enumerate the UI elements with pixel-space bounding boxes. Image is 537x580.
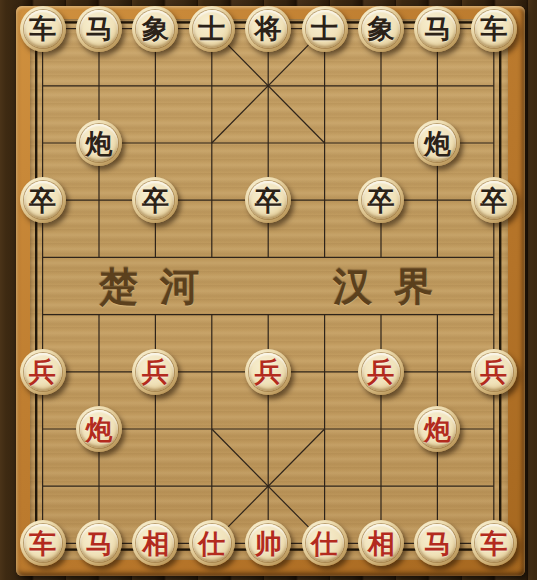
piece-red-soldier[interactable]: 兵 — [358, 349, 404, 395]
piece-face: 炮 — [418, 410, 456, 448]
piece-glyph: 象 — [368, 15, 395, 42]
piece-face: 兵 — [362, 353, 400, 391]
piece-face: 卒 — [475, 181, 513, 219]
piece-face: 兵 — [475, 353, 513, 391]
piece-face: 卒 — [362, 181, 400, 219]
piece-black-elephant[interactable]: 象 — [358, 6, 404, 52]
piece-glyph: 将 — [255, 15, 282, 42]
piece-glyph: 兵 — [480, 358, 507, 385]
piece-glyph: 兵 — [142, 358, 169, 385]
piece-glyph: 士 — [311, 15, 338, 42]
piece-black-soldier[interactable]: 卒 — [471, 177, 517, 223]
piece-black-horse[interactable]: 马 — [414, 6, 460, 52]
piece-face: 兵 — [136, 353, 174, 391]
piece-red-chariot[interactable]: 车 — [20, 520, 66, 566]
piece-glyph: 炮 — [86, 416, 113, 443]
piece-glyph: 帅 — [255, 530, 282, 557]
piece-face: 象 — [362, 10, 400, 48]
xiangqi-app: 楚河 汉界 车马象士将士象马车炮炮卒卒卒卒卒兵兵兵兵兵炮炮车马相仕帅仕相马车 — [0, 0, 537, 580]
piece-glyph: 卒 — [142, 187, 169, 214]
piece-red-soldier[interactable]: 兵 — [471, 349, 517, 395]
piece-face: 炮 — [418, 124, 456, 162]
piece-red-soldier[interactable]: 兵 — [245, 349, 291, 395]
piece-face: 兵 — [24, 353, 62, 391]
piece-black-general[interactable]: 将 — [245, 6, 291, 52]
piece-red-soldier[interactable]: 兵 — [132, 349, 178, 395]
piece-glyph: 卒 — [255, 187, 282, 214]
piece-glyph: 兵 — [255, 358, 282, 385]
piece-black-soldier[interactable]: 卒 — [20, 177, 66, 223]
piece-glyph: 炮 — [86, 130, 113, 157]
piece-face: 车 — [475, 524, 513, 562]
piece-face: 炮 — [80, 124, 118, 162]
piece-glyph: 卒 — [29, 187, 56, 214]
piece-face: 卒 — [24, 181, 62, 219]
piece-face: 兵 — [249, 353, 287, 391]
piece-glyph: 炮 — [424, 416, 451, 443]
piece-glyph: 马 — [424, 530, 451, 557]
piece-red-soldier[interactable]: 兵 — [20, 349, 66, 395]
piece-face: 卒 — [249, 181, 287, 219]
piece-black-horse[interactable]: 马 — [76, 6, 122, 52]
piece-glyph: 仕 — [198, 530, 225, 557]
piece-glyph: 卒 — [480, 187, 507, 214]
piece-face: 士 — [306, 10, 344, 48]
piece-face: 士 — [193, 10, 231, 48]
piece-face: 象 — [136, 10, 174, 48]
piece-black-advisor[interactable]: 士 — [189, 6, 235, 52]
piece-face: 马 — [80, 524, 118, 562]
piece-glyph: 车 — [480, 15, 507, 42]
piece-face: 仕 — [193, 524, 231, 562]
piece-glyph: 车 — [480, 530, 507, 557]
piece-glyph: 相 — [142, 530, 169, 557]
piece-black-cannon[interactable]: 炮 — [76, 120, 122, 166]
piece-glyph: 象 — [142, 15, 169, 42]
piece-red-cannon[interactable]: 炮 — [76, 406, 122, 452]
piece-face: 相 — [136, 524, 174, 562]
piece-glyph: 炮 — [424, 130, 451, 157]
piece-glyph: 车 — [29, 530, 56, 557]
piece-glyph: 仕 — [311, 530, 338, 557]
piece-face: 马 — [418, 10, 456, 48]
piece-face: 炮 — [80, 410, 118, 448]
piece-face: 车 — [24, 10, 62, 48]
piece-face: 仕 — [306, 524, 344, 562]
piece-face: 帅 — [249, 524, 287, 562]
piece-face: 马 — [418, 524, 456, 562]
piece-face: 将 — [249, 10, 287, 48]
piece-red-chariot[interactable]: 车 — [471, 520, 517, 566]
piece-glyph: 马 — [86, 530, 113, 557]
piece-face: 卒 — [136, 181, 174, 219]
piece-glyph: 士 — [198, 15, 225, 42]
board-surface[interactable] — [30, 19, 508, 560]
piece-red-advisor[interactable]: 仕 — [302, 520, 348, 566]
piece-black-soldier[interactable]: 卒 — [358, 177, 404, 223]
piece-glyph: 相 — [368, 530, 395, 557]
piece-glyph: 车 — [29, 15, 56, 42]
piece-glyph: 卒 — [368, 187, 395, 214]
piece-glyph: 兵 — [368, 358, 395, 385]
piece-red-advisor[interactable]: 仕 — [189, 520, 235, 566]
piece-glyph: 兵 — [29, 358, 56, 385]
piece-face: 相 — [362, 524, 400, 562]
piece-face: 车 — [24, 524, 62, 562]
piece-face: 马 — [80, 10, 118, 48]
piece-black-chariot[interactable]: 车 — [471, 6, 517, 52]
piece-black-advisor[interactable]: 士 — [302, 6, 348, 52]
piece-black-chariot[interactable]: 车 — [20, 6, 66, 52]
piece-glyph: 马 — [86, 15, 113, 42]
piece-black-elephant[interactable]: 象 — [132, 6, 178, 52]
piece-glyph: 马 — [424, 15, 451, 42]
piece-face: 车 — [475, 10, 513, 48]
